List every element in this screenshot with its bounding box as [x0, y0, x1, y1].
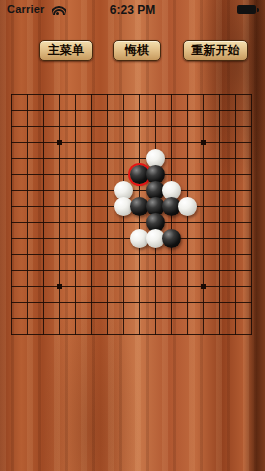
- battery-icon: [237, 5, 256, 14]
- star-point: [201, 284, 206, 289]
- star-point: [57, 284, 62, 289]
- main-menu-button[interactable]: 主菜单: [39, 40, 93, 61]
- star-point: [57, 140, 62, 145]
- gomoku-board[interactable]: [11, 94, 252, 335]
- status-bar: Carrier 6:23 PM: [0, 0, 265, 20]
- stone-black: [162, 229, 181, 248]
- restart-button[interactable]: 重新开始: [183, 40, 248, 61]
- star-point: [201, 140, 206, 145]
- stone-white: [178, 197, 197, 216]
- clock-label: 6:23 PM: [0, 3, 265, 17]
- undo-move-button[interactable]: 悔棋: [113, 40, 161, 61]
